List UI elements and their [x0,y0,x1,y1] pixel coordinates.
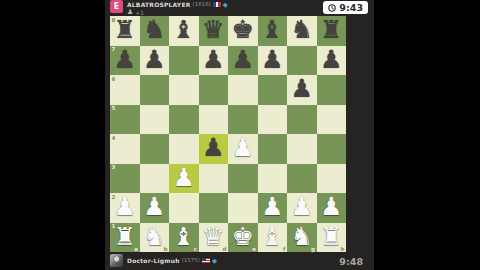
square-a5[interactable]: 5 [110,105,140,135]
rank-label-5: 5 [112,105,116,111]
square-b5[interactable] [140,105,170,135]
square-d3[interactable] [199,164,229,194]
square-h4[interactable] [317,134,347,164]
piece-black-pawn[interactable]: ♟ [320,45,342,74]
square-d4[interactable]: ♟ [199,134,229,164]
square-h5[interactable] [317,105,347,135]
bottom-player-info: Doctor-Ligmuh (1575) ◆ [127,257,217,264]
rank-label-4: 4 [112,135,116,141]
square-a7[interactable]: 7♟ [110,46,140,76]
file-label-f: f [283,246,285,252]
square-c8[interactable]: ♝ [169,16,199,46]
square-e4[interactable]: ♟ [228,134,258,164]
square-d1[interactable]: d♛ [199,223,229,253]
square-g2[interactable]: ♟ [287,193,317,223]
square-d6[interactable] [199,75,229,105]
square-f5[interactable] [258,105,288,135]
square-a6[interactable]: 6 [110,75,140,105]
square-c1[interactable]: c♝ [169,223,199,253]
square-f4[interactable] [258,134,288,164]
diamond-badge-icon[interactable]: ◆ [212,258,217,264]
top-player-rating: (1616) [193,1,211,8]
top-player-name[interactable]: ALBATROSPLAYER [127,1,191,8]
piece-white-pawn[interactable]: ♟ [320,192,342,221]
square-h1[interactable]: h♜ [317,223,347,253]
square-h6[interactable] [317,75,347,105]
square-e5[interactable] [228,105,258,135]
piece-white-pawn[interactable]: ♟ [173,163,195,192]
piece-white-bishop[interactable]: ♝ [173,222,195,251]
piece-white-rook[interactable]: ♜ [320,222,342,251]
square-b4[interactable] [140,134,170,164]
square-e7[interactable]: ♟ [228,46,258,76]
france-flag-icon [213,2,221,8]
piece-black-pawn[interactable]: ♟ [114,45,136,74]
piece-white-pawn[interactable]: ♟ [143,192,165,221]
square-f1[interactable]: f♝ [258,223,288,253]
square-g4[interactable] [287,134,317,164]
square-g8[interactable]: ♞ [287,16,317,46]
square-b7[interactable]: ♟ [140,46,170,76]
square-g5[interactable] [287,105,317,135]
square-f7[interactable]: ♟ [258,46,288,76]
piece-black-rook[interactable]: ♜ [320,15,342,44]
square-h7[interactable]: ♟ [317,46,347,76]
square-g6[interactable]: ♟ [287,75,317,105]
piece-black-pawn[interactable]: ♟ [202,133,224,162]
square-f3[interactable] [258,164,288,194]
square-b2[interactable]: ♟ [140,193,170,223]
square-c2[interactable] [169,193,199,223]
piece-white-pawn[interactable]: ♟ [232,133,254,162]
piece-black-knight[interactable]: ♞ [291,15,313,44]
usa-flag-icon [202,258,210,264]
letterbox-stage: E ALBATROSPLAYER (1616) ◆ ♟ +1 9:4 [0,0,480,270]
top-player-avatar[interactable]: E [110,0,123,13]
piece-black-pawn[interactable]: ♟ [143,45,165,74]
clock-icon [328,4,336,12]
top-player-bar: E ALBATROSPLAYER (1616) ◆ ♟ +1 9:4 [105,0,374,16]
piece-white-king[interactable]: ♚ [232,222,254,251]
rank-label-3: 3 [112,164,116,170]
bottom-clock-time: 9:48 [339,256,363,267]
piece-black-bishop[interactable]: ♝ [261,15,283,44]
rank-label-6: 6 [112,76,116,82]
square-h2[interactable]: ♟ [317,193,347,223]
bottom-player-avatar[interactable] [110,254,123,267]
square-e3[interactable] [228,164,258,194]
square-g7[interactable] [287,46,317,76]
piece-black-pawn[interactable]: ♟ [232,45,254,74]
square-a8[interactable]: 8♜ [110,16,140,46]
piece-white-pawn[interactable]: ♟ [114,192,136,221]
square-a2[interactable]: 2♟ [110,193,140,223]
square-f8[interactable]: ♝ [258,16,288,46]
square-d7[interactable]: ♟ [199,46,229,76]
diamond-badge-icon[interactable]: ◆ [223,2,228,8]
square-a4[interactable]: 4 [110,134,140,164]
square-e8[interactable]: ♚ [228,16,258,46]
piece-white-queen[interactable]: ♛ [202,222,224,251]
square-h3[interactable] [317,164,347,194]
square-e6[interactable] [228,75,258,105]
piece-black-pawn[interactable]: ♟ [202,45,224,74]
piece-white-pawn[interactable]: ♟ [291,192,313,221]
square-f6[interactable] [258,75,288,105]
piece-black-knight[interactable]: ♞ [143,15,165,44]
square-c5[interactable] [169,105,199,135]
bottom-player-name[interactable]: Doctor-Ligmuh [127,257,180,264]
bottom-player-rating: (1575) [182,257,200,264]
square-g3[interactable] [287,164,317,194]
top-player-info: ALBATROSPLAYER (1616) ◆ ♟ +1 [127,1,228,16]
chess-app-window: E ALBATROSPLAYER (1616) ◆ ♟ +1 9:4 [105,0,374,270]
square-b1[interactable]: b♞ [140,223,170,253]
piece-black-pawn[interactable]: ♟ [291,74,313,103]
piece-black-pawn[interactable]: ♟ [261,45,283,74]
square-e1[interactable]: e♚ [228,223,258,253]
square-b3[interactable] [140,164,170,194]
square-g1[interactable]: g♞ [287,223,317,253]
square-d5[interactable] [199,105,229,135]
square-d8[interactable]: ♛ [199,16,229,46]
piece-white-knight[interactable]: ♞ [143,222,165,251]
square-h8[interactable]: ♜ [317,16,347,46]
chess-board[interactable]: 8♜♞♝♛♚♝♞♜7♟♟♟♟♟♟6♟54♟♟3♟2♟♟♟♟♟1a♜b♞c♝d♛e… [110,16,346,252]
piece-black-bishop[interactable]: ♝ [173,15,195,44]
bottom-player-clock: 9:48 [339,256,363,267]
square-e2[interactable] [228,193,258,223]
square-b8[interactable]: ♞ [140,16,170,46]
square-c3[interactable]: ♟ [169,164,199,194]
square-c6[interactable] [169,75,199,105]
bottom-player-bar: Doctor-Ligmuh (1575) ◆ 9:48 [105,252,374,270]
top-clock-time: 9:43 [339,2,363,13]
square-a1[interactable]: 1a♜ [110,223,140,253]
square-c4[interactable] [169,134,199,164]
piece-white-rook[interactable]: ♜ [114,222,136,251]
top-player-clock: 9:43 [323,1,368,14]
square-a3[interactable]: 3 [110,164,140,194]
piece-white-knight[interactable]: ♞ [291,222,313,251]
square-d2[interactable] [199,193,229,223]
square-b6[interactable] [140,75,170,105]
piece-black-rook[interactable]: ♜ [114,15,136,44]
piece-white-bishop[interactable]: ♝ [261,222,283,251]
piece-black-king[interactable]: ♚ [232,15,254,44]
piece-black-queen[interactable]: ♛ [202,15,224,44]
square-c7[interactable] [169,46,199,76]
piece-white-pawn[interactable]: ♟ [261,192,283,221]
square-f2[interactable]: ♟ [258,193,288,223]
